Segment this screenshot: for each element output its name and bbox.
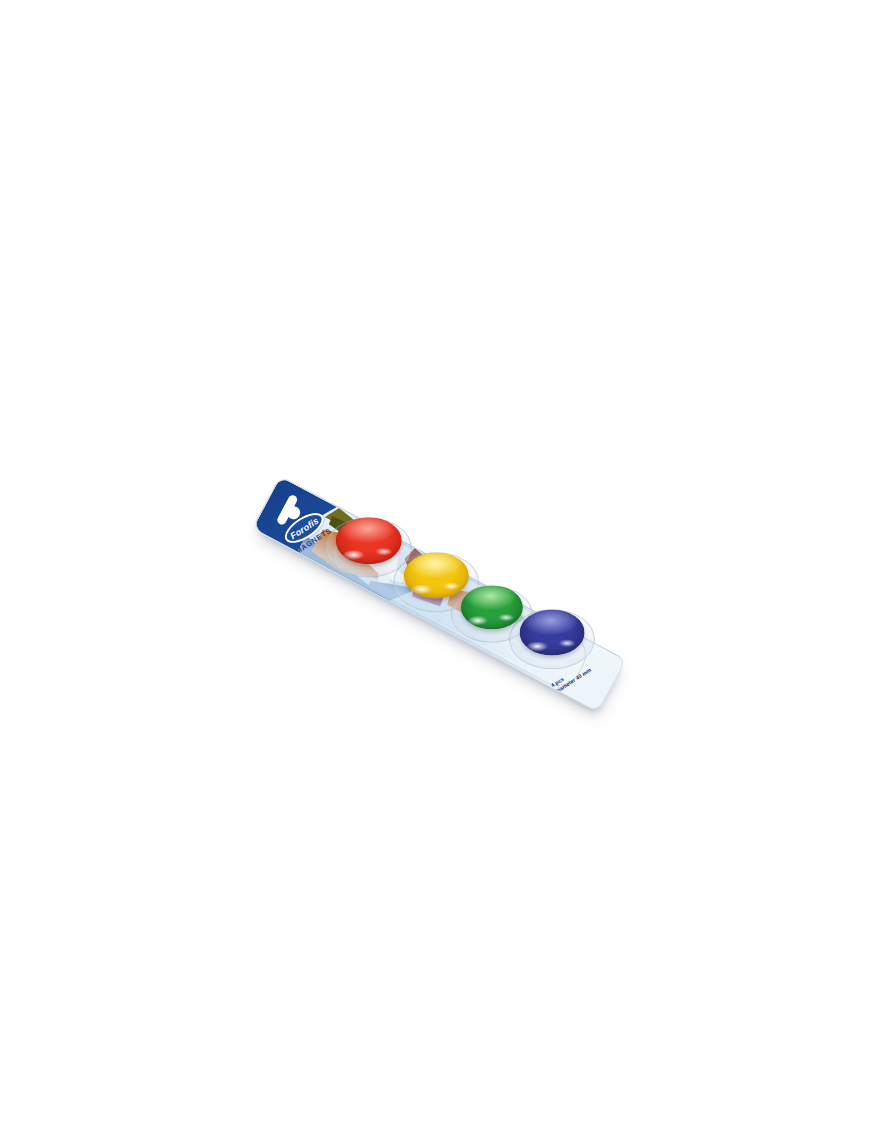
magnet-green: [461, 585, 523, 629]
product-photo-stage: Forofis MAGNETS 4 pcs Diameter 40 mm: [0, 0, 870, 1131]
magnet-red: [336, 517, 402, 564]
magnet-yellow: [404, 553, 469, 599]
magnet-blue: [520, 610, 585, 656]
blister-card: Forofis MAGNETS 4 pcs Diameter 40 mm: [252, 475, 626, 712]
